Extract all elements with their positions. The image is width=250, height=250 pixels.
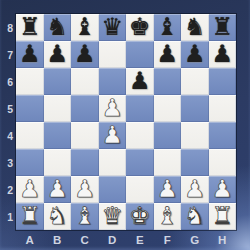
piece-black-pawn[interactable]: ♟: [46, 41, 68, 68]
piece-white-pawn[interactable]: ♟: [211, 176, 233, 203]
square-b7[interactable]: ♟: [44, 41, 72, 68]
square-g6[interactable]: [181, 68, 209, 95]
square-d6[interactable]: [99, 68, 127, 95]
piece-black-pawn[interactable]: ♟: [129, 68, 151, 95]
square-a3[interactable]: [16, 149, 44, 176]
square-a8[interactable]: ♜: [16, 14, 44, 41]
piece-black-bishop[interactable]: ♝: [156, 14, 178, 41]
square-f3[interactable]: [154, 149, 182, 176]
square-c2[interactable]: ♟: [71, 176, 99, 203]
square-g5[interactable]: [181, 95, 209, 122]
square-e2[interactable]: [126, 176, 154, 203]
square-h7[interactable]: ♟: [209, 41, 237, 68]
square-c5[interactable]: [71, 95, 99, 122]
square-d1[interactable]: ♛: [99, 203, 127, 230]
file-label-c: C: [71, 231, 99, 248]
piece-white-queen[interactable]: ♛: [101, 203, 123, 230]
piece-black-pawn[interactable]: ♟: [74, 41, 96, 68]
square-f6[interactable]: [154, 68, 182, 95]
square-c7[interactable]: ♟: [71, 41, 99, 68]
square-f1[interactable]: ♝: [154, 203, 182, 230]
piece-black-pawn[interactable]: ♟: [184, 41, 206, 68]
square-a5[interactable]: [16, 95, 44, 122]
square-a7[interactable]: ♟: [16, 41, 44, 68]
rank-label-1: 1: [0, 203, 16, 230]
square-a2[interactable]: ♟: [16, 176, 44, 203]
piece-white-rook[interactable]: ♜: [19, 203, 41, 230]
square-h2[interactable]: ♟: [209, 176, 237, 203]
piece-white-pawn[interactable]: ♟: [156, 176, 178, 203]
piece-white-king[interactable]: ♚: [129, 203, 151, 230]
square-g7[interactable]: ♟: [181, 41, 209, 68]
chess-board-widget: 87654321 ♜♞♝♛♚♝♞♜♟♟♟♟♟♟♟♟♟♟♟♟♟♟♟♜♞♝♛♚♝♞♜…: [0, 0, 250, 250]
piece-black-queen[interactable]: ♛: [101, 14, 123, 41]
piece-white-pawn[interactable]: ♟: [74, 176, 96, 203]
square-d2[interactable]: [99, 176, 127, 203]
square-d3[interactable]: [99, 149, 127, 176]
piece-black-pawn[interactable]: ♟: [211, 41, 233, 68]
file-label-a: A: [16, 231, 44, 248]
square-h6[interactable]: [209, 68, 237, 95]
square-b6[interactable]: [44, 68, 72, 95]
square-h1[interactable]: ♜: [209, 203, 237, 230]
rank-label-8: 8: [0, 14, 16, 41]
piece-black-king[interactable]: ♚: [129, 14, 151, 41]
square-g4[interactable]: [181, 122, 209, 149]
square-g8[interactable]: ♞: [181, 14, 209, 41]
square-d4[interactable]: ♟: [99, 122, 127, 149]
square-a1[interactable]: ♜: [16, 203, 44, 230]
square-h3[interactable]: [209, 149, 237, 176]
file-label-b: B: [44, 231, 72, 248]
piece-white-pawn[interactable]: ♟: [101, 95, 123, 122]
square-b1[interactable]: ♞: [44, 203, 72, 230]
file-labels: ABCDEFGH: [16, 231, 236, 248]
square-e1[interactable]: ♚: [126, 203, 154, 230]
piece-white-bishop[interactable]: ♝: [74, 203, 96, 230]
rank-label-3: 3: [0, 149, 16, 176]
file-label-e: E: [126, 231, 154, 248]
square-f8[interactable]: ♝: [154, 14, 182, 41]
square-a6[interactable]: [16, 68, 44, 95]
file-label-h: H: [209, 231, 237, 248]
piece-black-rook[interactable]: ♜: [19, 14, 41, 41]
square-e3[interactable]: [126, 149, 154, 176]
piece-white-bishop[interactable]: ♝: [156, 203, 178, 230]
square-g2[interactable]: ♟: [181, 176, 209, 203]
square-b2[interactable]: ♟: [44, 176, 72, 203]
piece-black-bishop[interactable]: ♝: [74, 14, 96, 41]
square-d7[interactable]: [99, 41, 127, 68]
piece-white-knight[interactable]: ♞: [184, 203, 206, 230]
square-d5[interactable]: ♟: [99, 95, 127, 122]
rank-label-2: 2: [0, 176, 16, 203]
square-c3[interactable]: [71, 149, 99, 176]
rank-label-5: 5: [0, 95, 16, 122]
square-b8[interactable]: ♞: [44, 14, 72, 41]
rank-label-4: 4: [0, 122, 16, 149]
square-h4[interactable]: [209, 122, 237, 149]
piece-white-pawn[interactable]: ♟: [184, 176, 206, 203]
piece-black-pawn[interactable]: ♟: [19, 41, 41, 68]
square-c6[interactable]: [71, 68, 99, 95]
square-e5[interactable]: [126, 95, 154, 122]
piece-white-pawn[interactable]: ♟: [101, 122, 123, 149]
piece-white-pawn[interactable]: ♟: [19, 176, 41, 203]
piece-black-knight[interactable]: ♞: [46, 14, 68, 41]
square-e6[interactable]: ♟: [126, 68, 154, 95]
chess-board: ♜♞♝♛♚♝♞♜♟♟♟♟♟♟♟♟♟♟♟♟♟♟♟♜♞♝♛♚♝♞♜: [16, 14, 236, 230]
square-d8[interactable]: ♛: [99, 14, 127, 41]
rank-labels: 87654321: [0, 14, 16, 230]
square-e8[interactable]: ♚: [126, 14, 154, 41]
piece-white-rook[interactable]: ♜: [211, 203, 233, 230]
piece-black-pawn[interactable]: ♟: [156, 41, 178, 68]
square-f2[interactable]: ♟: [154, 176, 182, 203]
square-g1[interactable]: ♞: [181, 203, 209, 230]
square-h5[interactable]: [209, 95, 237, 122]
file-label-f: F: [154, 231, 182, 248]
square-f4[interactable]: [154, 122, 182, 149]
square-h8[interactable]: ♜: [209, 14, 237, 41]
piece-white-pawn[interactable]: ♟: [46, 176, 68, 203]
square-c1[interactable]: ♝: [71, 203, 99, 230]
file-label-g: G: [181, 231, 209, 248]
square-b4[interactable]: [44, 122, 72, 149]
piece-black-knight[interactable]: ♞: [184, 14, 206, 41]
file-label-d: D: [99, 231, 127, 248]
square-e4[interactable]: [126, 122, 154, 149]
square-f5[interactable]: [154, 95, 182, 122]
square-b3[interactable]: [44, 149, 72, 176]
square-e7[interactable]: [126, 41, 154, 68]
square-c8[interactable]: ♝: [71, 14, 99, 41]
square-g3[interactable]: [181, 149, 209, 176]
square-b5[interactable]: [44, 95, 72, 122]
piece-white-knight[interactable]: ♞: [46, 203, 68, 230]
piece-black-rook[interactable]: ♜: [211, 14, 233, 41]
square-c4[interactable]: [71, 122, 99, 149]
square-f7[interactable]: ♟: [154, 41, 182, 68]
rank-label-6: 6: [0, 68, 16, 95]
rank-label-7: 7: [0, 41, 16, 68]
square-a4[interactable]: [16, 122, 44, 149]
